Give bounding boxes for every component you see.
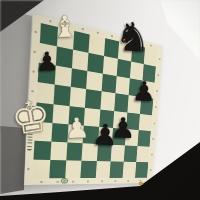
pieces-layer: ♝♞♟♟♚♟♟♟ <box>0 0 200 200</box>
piece-black-knight-g8: ♞ <box>114 16 152 58</box>
photo-stage: ♝♞♟♟♚♟♟♟ <box>0 0 200 200</box>
piece-black-pawn-f3: ♟ <box>110 115 136 143</box>
piece-white-pawn-c3: ♟ <box>64 114 91 143</box>
photo-layers: ♝♞♟♟♚♟♟♟ <box>0 0 200 200</box>
piece-white-king-a3: ♚ <box>8 93 54 143</box>
piece-white-bishop-b8: ♝ <box>51 12 79 43</box>
piece-black-pawn-h5: ♟ <box>131 77 156 105</box>
piece-black-pawn-a6: ♟ <box>35 48 59 75</box>
